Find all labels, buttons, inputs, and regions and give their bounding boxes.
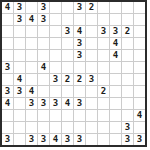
cell-r4c10-clue-4[interactable]: 4	[110, 38, 121, 49]
cell-r4c7-clue-3[interactable]: 3	[74, 38, 85, 49]
cell-r1c1-clue-4[interactable]: 4	[2, 2, 13, 13]
cell-r7c10-empty[interactable]	[110, 74, 121, 85]
cell-r6c11-empty[interactable]	[122, 62, 133, 73]
cell-r7c4-empty[interactable]	[38, 74, 49, 85]
cell-r2c6-empty[interactable]	[62, 14, 73, 25]
cell-r11c11-clue-3[interactable]: 3	[122, 122, 133, 133]
cell-r1c6-empty[interactable]	[62, 2, 73, 13]
cell-r2c7-empty[interactable]	[74, 14, 85, 25]
cell-r5c2-empty[interactable]	[14, 50, 25, 61]
cell-r9c9-empty[interactable]	[98, 98, 109, 109]
cell-r8c5-empty[interactable]	[50, 86, 61, 97]
cell-r3c11-clue-2[interactable]: 2	[122, 26, 133, 37]
cell-r5c5-empty[interactable]	[50, 50, 61, 61]
puzzle-grid: 4333234334332343434432233342433343433334…	[0, 0, 147, 147]
cell-r1c12-empty[interactable]	[134, 2, 145, 13]
cell-r2c1-empty[interactable]	[2, 14, 13, 25]
cell-r10c8-empty[interactable]	[86, 110, 97, 121]
cell-r6c9-empty[interactable]	[98, 62, 109, 73]
cell-r6c4-clue-4[interactable]: 4	[38, 62, 49, 73]
cell-r7c1-empty[interactable]	[2, 74, 13, 85]
cell-r1c7-clue-3[interactable]: 3	[74, 2, 85, 13]
cell-r10c3-empty[interactable]	[26, 110, 37, 121]
cell-r1c2-clue-3[interactable]: 3	[14, 2, 25, 13]
cell-r10c1-empty[interactable]	[2, 110, 13, 121]
cell-r3c7-clue-4[interactable]: 4	[74, 26, 85, 37]
cell-r4c9-empty[interactable]	[98, 38, 109, 49]
cell-r5c1-empty[interactable]	[2, 50, 13, 61]
cell-r4c4-empty[interactable]	[38, 38, 49, 49]
cell-r3c5-empty[interactable]	[50, 26, 61, 37]
cell-r1c5-empty[interactable]	[50, 2, 61, 13]
cell-r11c4-empty[interactable]	[38, 122, 49, 133]
cell-r6c3-empty[interactable]	[26, 62, 37, 73]
cell-r12c4-clue-3[interactable]: 3	[38, 134, 49, 145]
cell-r1c4-clue-3[interactable]: 3	[38, 2, 49, 13]
cell-r12c6-clue-3[interactable]: 3	[62, 134, 73, 145]
cell-r9c11-empty[interactable]	[122, 98, 133, 109]
cell-r5c7-clue-3[interactable]: 3	[74, 50, 85, 61]
cell-r8c6-empty[interactable]	[62, 86, 73, 97]
cell-r3c2-empty[interactable]	[14, 26, 25, 37]
cell-r9c4-clue-3[interactable]: 3	[38, 98, 49, 109]
cell-r4c6-empty[interactable]	[62, 38, 73, 49]
cell-r8c12-empty[interactable]	[134, 86, 145, 97]
cell-r12c11-clue-3[interactable]: 3	[122, 134, 133, 145]
cell-r11c3-empty[interactable]	[26, 122, 37, 133]
cell-r12c7-clue-3[interactable]: 3	[74, 134, 85, 145]
cell-r2c4-clue-3[interactable]: 3	[38, 14, 49, 25]
cell-r3c1-empty[interactable]	[2, 26, 13, 37]
cell-r12c3-clue-3[interactable]: 3	[26, 134, 37, 145]
cell-r12c5-clue-4[interactable]: 4	[50, 134, 61, 145]
cell-r10c10-empty[interactable]	[110, 110, 121, 121]
cell-r5c8-empty[interactable]	[86, 50, 97, 61]
cell-r5c3-empty[interactable]	[26, 50, 37, 61]
cell-r10c5-empty[interactable]	[50, 110, 61, 121]
cell-r8c2-clue-3[interactable]: 3	[14, 86, 25, 97]
cell-r4c12-empty[interactable]	[134, 38, 145, 49]
cell-r2c11-empty[interactable]	[122, 14, 133, 25]
cell-r6c7-empty[interactable]	[74, 62, 85, 73]
cell-r4c3-empty[interactable]	[26, 38, 37, 49]
cell-r8c7-empty[interactable]	[74, 86, 85, 97]
cell-r1c11-empty[interactable]	[122, 2, 133, 13]
cell-r11c12-empty[interactable]	[134, 122, 145, 133]
cell-r5c4-empty[interactable]	[38, 50, 49, 61]
cell-r6c8-empty[interactable]	[86, 62, 97, 73]
cell-r9c12-empty[interactable]	[134, 98, 145, 109]
cell-r9c6-clue-4[interactable]: 4	[62, 98, 73, 109]
cell-r6c12-empty[interactable]	[134, 62, 145, 73]
cell-r7c6-clue-2[interactable]: 2	[62, 74, 73, 85]
cell-r12c2-empty[interactable]	[14, 134, 25, 145]
cell-r3c12-empty[interactable]	[134, 26, 145, 37]
cell-r8c3-clue-4[interactable]: 4	[26, 86, 37, 97]
cell-r2c3-clue-4[interactable]: 4	[26, 14, 37, 25]
cell-r7c12-empty[interactable]	[134, 74, 145, 85]
cell-r4c8-empty[interactable]	[86, 38, 97, 49]
cell-r4c11-empty[interactable]	[122, 38, 133, 49]
cell-r9c2-empty[interactable]	[14, 98, 25, 109]
cell-r7c5-clue-3[interactable]: 3	[50, 74, 61, 85]
cell-r3c10-clue-3[interactable]: 3	[110, 26, 121, 37]
cell-r6c5-empty[interactable]	[50, 62, 61, 73]
cell-r6c1-clue-3[interactable]: 3	[2, 62, 13, 73]
cell-r7c3-empty[interactable]	[26, 74, 37, 85]
cell-r5c6-empty[interactable]	[62, 50, 73, 61]
cell-r8c1-clue-3[interactable]: 3	[2, 86, 13, 97]
cell-r11c5-empty[interactable]	[50, 122, 61, 133]
cell-r10c2-empty[interactable]	[14, 110, 25, 121]
cell-r6c10-empty[interactable]	[110, 62, 121, 73]
cell-r11c1-empty[interactable]	[2, 122, 13, 133]
cell-r10c7-empty[interactable]	[74, 110, 85, 121]
cell-r11c10-empty[interactable]	[110, 122, 121, 133]
cell-r10c12-clue-4[interactable]: 4	[134, 110, 145, 121]
cell-r2c2-clue-3[interactable]: 3	[14, 14, 25, 25]
cell-r8c4-empty[interactable]	[38, 86, 49, 97]
cell-r9c3-clue-3[interactable]: 3	[26, 98, 37, 109]
puzzle-board: 4333234334332343434432233342433343433334…	[0, 0, 150, 150]
cell-r3c8-empty[interactable]	[86, 26, 97, 37]
cell-r4c2-empty[interactable]	[14, 38, 25, 49]
cell-r4c1-empty[interactable]	[2, 38, 13, 49]
cell-r7c8-clue-3[interactable]: 3	[86, 74, 97, 85]
cell-r2c5-empty[interactable]	[50, 14, 61, 25]
cell-r11c8-empty[interactable]	[86, 122, 97, 133]
cell-r11c7-empty[interactable]	[74, 122, 85, 133]
cell-r9c1-clue-4[interactable]: 4	[2, 98, 13, 109]
cell-r1c3-empty[interactable]	[26, 2, 37, 13]
cell-r5c12-empty[interactable]	[134, 50, 145, 61]
cell-r5c9-empty[interactable]	[98, 50, 109, 61]
cell-r2c8-empty[interactable]	[86, 14, 97, 25]
cell-r1c10-empty[interactable]	[110, 2, 121, 13]
cell-r12c1-clue-3[interactable]: 3	[2, 134, 13, 145]
cell-r10c9-empty[interactable]	[98, 110, 109, 121]
cell-r8c11-empty[interactable]	[122, 86, 133, 97]
cell-r7c9-empty[interactable]	[98, 74, 109, 85]
cell-r7c7-clue-2[interactable]: 2	[74, 74, 85, 85]
cell-r4c5-empty[interactable]	[50, 38, 61, 49]
cell-r2c12-empty[interactable]	[134, 14, 145, 25]
cell-r3c4-empty[interactable]	[38, 26, 49, 37]
cell-r12c10-empty[interactable]	[110, 134, 121, 145]
cell-r12c12-clue-3[interactable]: 3	[134, 134, 145, 145]
cell-r10c11-empty[interactable]	[122, 110, 133, 121]
cell-r3c9-clue-3[interactable]: 3	[98, 26, 109, 37]
cell-r11c6-empty[interactable]	[62, 122, 73, 133]
cell-r3c3-empty[interactable]	[26, 26, 37, 37]
cell-r11c9-empty[interactable]	[98, 122, 109, 133]
cell-r7c11-empty[interactable]	[122, 74, 133, 85]
cell-r8c10-empty[interactable]	[110, 86, 121, 97]
cell-r8c9-clue-2[interactable]: 2	[98, 86, 109, 97]
cell-r10c6-empty[interactable]	[62, 110, 73, 121]
cell-r3c6-clue-3[interactable]: 3	[62, 26, 73, 37]
cell-r5c11-empty[interactable]	[122, 50, 133, 61]
cell-r2c10-empty[interactable]	[110, 14, 121, 25]
cell-r1c9-empty[interactable]	[98, 2, 109, 13]
cell-r6c2-empty[interactable]	[14, 62, 25, 73]
cell-r12c8-empty[interactable]	[86, 134, 97, 145]
cell-r6c6-empty[interactable]	[62, 62, 73, 73]
cell-r9c8-empty[interactable]	[86, 98, 97, 109]
cell-r9c10-empty[interactable]	[110, 98, 121, 109]
cell-r9c7-clue-3[interactable]: 3	[74, 98, 85, 109]
cell-r8c8-empty[interactable]	[86, 86, 97, 97]
cell-r1c8-clue-2[interactable]: 2	[86, 2, 97, 13]
cell-r12c9-empty[interactable]	[98, 134, 109, 145]
cell-r11c2-empty[interactable]	[14, 122, 25, 133]
cell-r7c2-clue-4[interactable]: 4	[14, 74, 25, 85]
cell-r10c4-empty[interactable]	[38, 110, 49, 121]
cell-r5c10-clue-4[interactable]: 4	[110, 50, 121, 61]
cell-r2c9-empty[interactable]	[98, 14, 109, 25]
cell-r9c5-clue-3[interactable]: 3	[50, 98, 61, 109]
